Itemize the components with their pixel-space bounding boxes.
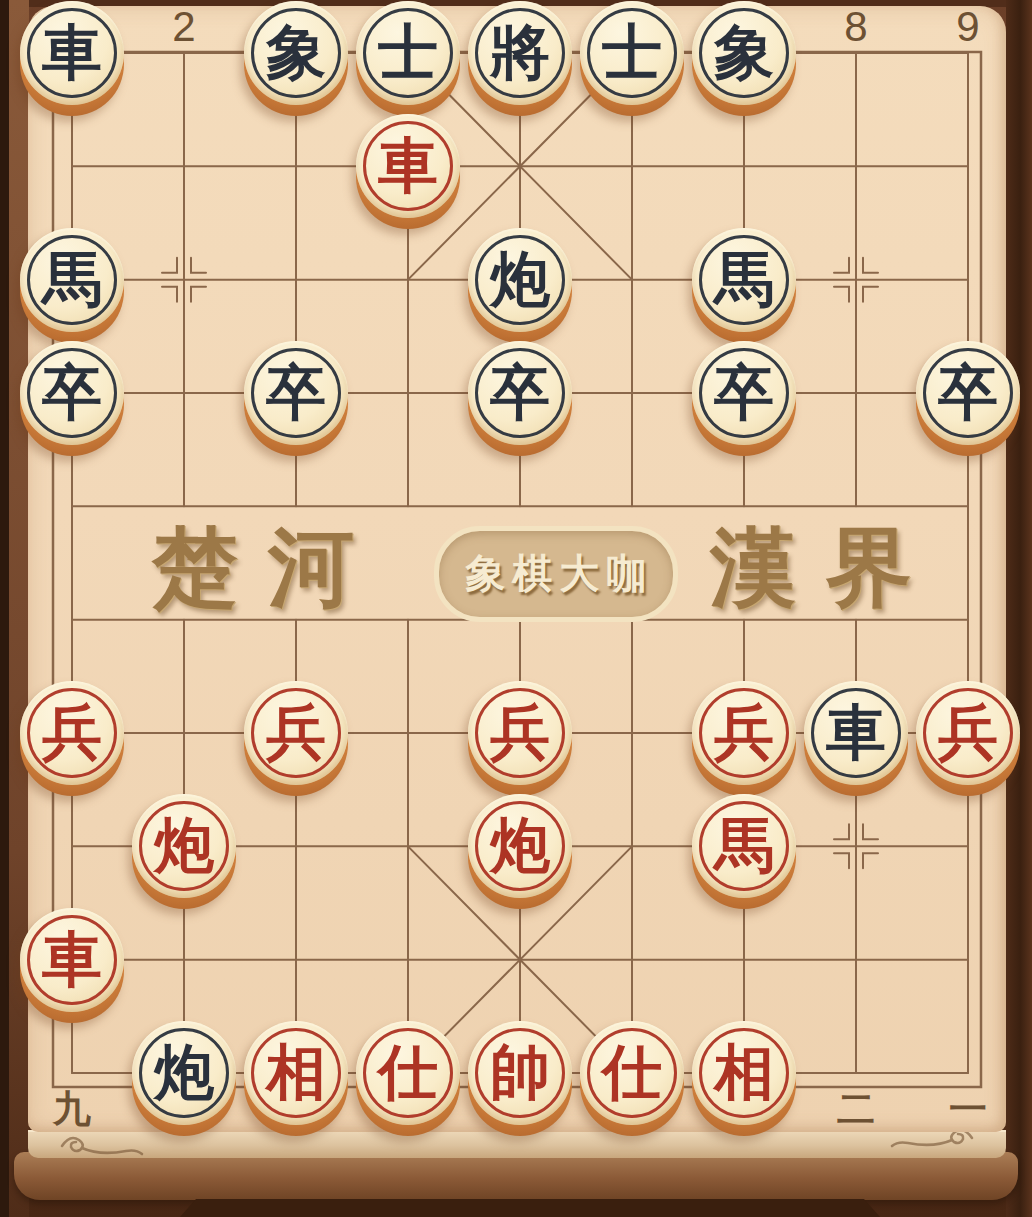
piece-red-horse[interactable]: 馬	[692, 794, 796, 898]
piece-black-soldier[interactable]: 卒	[692, 341, 796, 445]
piece-glyph: 士	[580, 1, 684, 105]
piece-red-cannon[interactable]: 炮	[468, 794, 572, 898]
piece-black-horse[interactable]: 馬	[20, 228, 124, 332]
piece-glyph: 兵	[468, 681, 572, 785]
piece-glyph: 馬	[20, 228, 124, 332]
piece-red-soldier[interactable]: 兵	[20, 681, 124, 785]
piece-glyph: 炮	[468, 794, 572, 898]
center-badge: 象棋大咖	[434, 526, 678, 622]
piece-glyph: 相	[244, 1021, 348, 1125]
piece-glyph: 炮	[468, 228, 572, 332]
xiangqi-board: 楚河 漢界 象棋大咖 289九二一 車象士將士象車馬炮馬卒卒卒卒卒兵兵兵兵車兵炮…	[28, 6, 1006, 1132]
piece-glyph: 相	[692, 1021, 796, 1125]
file-label: 九	[53, 1090, 91, 1128]
piece-black-soldier[interactable]: 卒	[244, 341, 348, 445]
river-right-label: 漢界	[680, 525, 942, 611]
piece-glyph: 卒	[244, 341, 348, 445]
piece-black-cannon[interactable]: 炮	[132, 1021, 236, 1125]
file-label: 一	[949, 1090, 987, 1128]
piece-glyph: 將	[468, 1, 572, 105]
piece-glyph: 象	[244, 1, 348, 105]
piece-glyph: 兵	[20, 681, 124, 785]
piece-black-advisor[interactable]: 士	[356, 1, 460, 105]
piece-black-cannon[interactable]: 炮	[468, 228, 572, 332]
piece-red-general[interactable]: 帥	[468, 1021, 572, 1125]
piece-glyph: 卒	[468, 341, 572, 445]
piece-glyph: 兵	[244, 681, 348, 785]
piece-glyph: 兵	[692, 681, 796, 785]
file-label: 2	[172, 6, 195, 48]
piece-red-chariot[interactable]: 車	[356, 114, 460, 218]
piece-red-advisor[interactable]: 仕	[580, 1021, 684, 1125]
piece-black-soldier[interactable]: 卒	[20, 341, 124, 445]
piece-glyph: 車	[20, 908, 124, 1012]
piece-black-soldier[interactable]: 卒	[916, 341, 1020, 445]
piece-glyph: 兵	[916, 681, 1020, 785]
piece-glyph: 卒	[20, 341, 124, 445]
file-label: 8	[844, 6, 867, 48]
piece-glyph: 卒	[916, 341, 1020, 445]
piece-black-general[interactable]: 將	[468, 1, 572, 105]
piece-black-elephant[interactable]: 象	[244, 1, 348, 105]
piece-glyph: 象	[692, 1, 796, 105]
file-label: 9	[956, 6, 979, 48]
piece-glyph: 車	[356, 114, 460, 218]
piece-red-cannon[interactable]: 炮	[132, 794, 236, 898]
piece-glyph: 馬	[692, 228, 796, 332]
piece-glyph: 士	[356, 1, 460, 105]
piece-black-horse[interactable]: 馬	[692, 228, 796, 332]
piece-glyph: 馬	[692, 794, 796, 898]
piece-glyph: 車	[20, 1, 124, 105]
piece-glyph: 車	[804, 681, 908, 785]
piece-glyph: 卒	[692, 341, 796, 445]
piece-red-advisor[interactable]: 仕	[356, 1021, 460, 1125]
piece-red-soldier[interactable]: 兵	[916, 681, 1020, 785]
piece-black-soldier[interactable]: 卒	[468, 341, 572, 445]
piece-red-elephant[interactable]: 相	[244, 1021, 348, 1125]
piece-red-chariot[interactable]: 車	[20, 908, 124, 1012]
xiangqi-app: 楚河 漢界 象棋大咖 289九二一 車象士將士象車馬炮馬卒卒卒卒卒兵兵兵兵車兵炮…	[0, 0, 1032, 1217]
piece-red-elephant[interactable]: 相	[692, 1021, 796, 1125]
piece-glyph: 仕	[580, 1021, 684, 1125]
piece-black-chariot[interactable]: 車	[20, 1, 124, 105]
piece-black-chariot[interactable]: 車	[804, 681, 908, 785]
piece-glyph: 仕	[356, 1021, 460, 1125]
file-label: 二	[837, 1090, 875, 1128]
piece-glyph: 炮	[132, 794, 236, 898]
badge-text: 象棋大咖	[459, 554, 654, 594]
piece-black-elephant[interactable]: 象	[692, 1, 796, 105]
piece-glyph: 帥	[468, 1021, 572, 1125]
piece-glyph: 炮	[132, 1021, 236, 1125]
river-left-label: 楚河	[122, 525, 384, 611]
piece-red-soldier[interactable]: 兵	[692, 681, 796, 785]
piece-black-advisor[interactable]: 士	[580, 1, 684, 105]
piece-red-soldier[interactable]: 兵	[244, 681, 348, 785]
piece-red-soldier[interactable]: 兵	[468, 681, 572, 785]
